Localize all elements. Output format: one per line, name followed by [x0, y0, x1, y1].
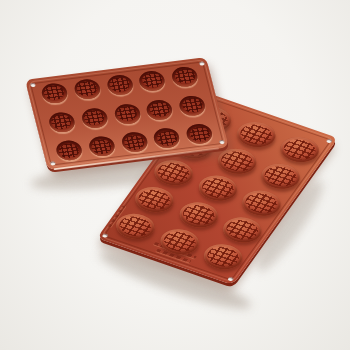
corner-hole: [227, 276, 234, 281]
corner-hole: [198, 61, 204, 66]
waffle-cavity: [170, 65, 200, 88]
waffle-cavity: [72, 78, 102, 101]
waffle-cavity: [137, 69, 167, 92]
waffle-cavity: [105, 73, 135, 96]
waffle-disc: [149, 156, 200, 190]
waffle-cavity: [79, 106, 109, 129]
waffle-cavity: [47, 111, 77, 134]
waffle-cavity: [145, 98, 175, 121]
waffle-disc: [211, 144, 262, 178]
corner-hole: [29, 83, 35, 88]
waffle-cavity: [152, 127, 182, 150]
waffle-cavity: [40, 82, 70, 105]
waffle-cavity: [87, 135, 117, 158]
waffle-disc: [217, 213, 268, 247]
product-photo-stage: [0, 0, 350, 350]
waffle-disc: [130, 183, 181, 217]
corner-hole: [102, 233, 109, 238]
waffle-disc: [236, 186, 287, 220]
waffle-cavity: [112, 102, 142, 125]
corner-hole: [218, 140, 224, 145]
waffle-disc: [230, 118, 281, 152]
corner-hole: [326, 138, 333, 143]
waffle-cavity: [177, 94, 207, 117]
waffle-disc: [255, 159, 306, 193]
waffle-disc: [198, 239, 249, 273]
waffle-disc: [173, 198, 224, 232]
corner-hole: [49, 161, 55, 166]
waffle-cavity: [119, 131, 149, 154]
waffle-disc: [274, 133, 325, 167]
waffle-disc: [192, 171, 243, 205]
waffle-cavity: [185, 123, 215, 146]
waffle-cavity: [54, 139, 84, 162]
